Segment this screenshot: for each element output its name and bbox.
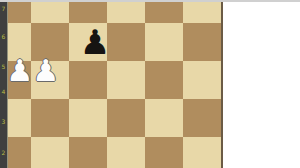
pieces-layer: ♟♟♟ <box>0 0 221 168</box>
rank-label-4: 4 <box>0 88 7 95</box>
chess-app-viewport: ♟♟♟ 765432 <box>0 0 300 168</box>
rank-label-6: 6 <box>0 33 7 40</box>
rank-label-2: 2 <box>0 149 7 156</box>
rank-label-3: 3 <box>0 118 7 125</box>
white-pawn[interactable]: ♟ <box>27 52 65 90</box>
rank-coordinates-strip: 765432 <box>0 0 8 168</box>
rank-label-5: 5 <box>0 63 7 70</box>
window-top-edge-line <box>0 0 300 2</box>
rank-label-7: 7 <box>0 5 7 12</box>
black-pawn[interactable]: ♟ <box>76 23 114 61</box>
